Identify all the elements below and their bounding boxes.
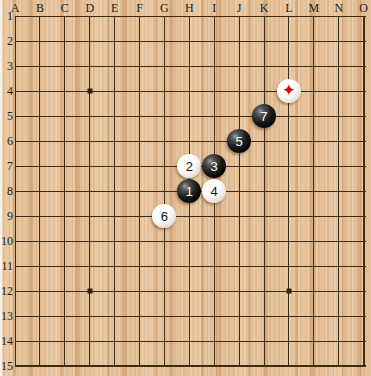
stone-white-h7: 2 (177, 154, 201, 178)
go-board-diagram: ABCDEFGHIJKLMNO 123456789101112131415 12… (0, 0, 371, 376)
move-number: 3 (211, 160, 218, 173)
left-edge-highlight (0, 0, 2, 376)
move-number: 7 (260, 110, 267, 123)
stone-white-i8: 4 (202, 179, 226, 203)
stone-layer: 1234567✦ (3, 4, 371, 376)
stone-white-l4: ✦ (277, 79, 301, 103)
last-move-mark-icon: ✦ (282, 82, 296, 99)
stone-black-k5: 7 (252, 104, 276, 128)
move-number: 1 (186, 185, 193, 198)
move-number: 2 (186, 160, 193, 173)
move-number: 5 (235, 135, 242, 148)
move-number: 6 (161, 210, 168, 223)
stone-black-j6: 5 (227, 129, 251, 153)
move-number: 4 (211, 185, 218, 198)
go-board[interactable]: ABCDEFGHIJKLMNO 123456789101112131415 12… (0, 0, 371, 376)
stone-black-h8: 1 (177, 179, 201, 203)
stone-black-i7: 3 (202, 154, 226, 178)
stone-white-g9: 6 (152, 204, 176, 228)
